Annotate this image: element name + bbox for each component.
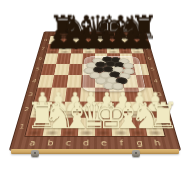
piece-shadow xyxy=(113,130,128,136)
board-frame: 87654321 87654321 abcdefgh ♜♞♝♛♚♝♞♜♟♟♟♟♟… xyxy=(10,32,180,150)
file-label-b: b xyxy=(41,139,60,147)
square-g2: ♟ xyxy=(125,102,143,118)
file-label-h: h xyxy=(148,139,168,147)
checker-disc-white xyxy=(111,83,123,90)
black-rook: ♜ xyxy=(130,12,142,44)
square-f2: ♟ xyxy=(110,102,127,118)
piece-shadow xyxy=(62,130,77,136)
square-c6 xyxy=(69,54,82,64)
piece-shadow xyxy=(147,130,163,136)
square-c1: ♝ xyxy=(60,118,79,136)
chess-board: 87654321 87654321 abcdefgh ♜♞♝♛♚♝♞♜♟♟♟♟♟… xyxy=(10,32,180,150)
square-d1: ♛ xyxy=(78,118,95,136)
black-rook: ♜ xyxy=(49,12,61,44)
checkers-bag xyxy=(82,56,146,91)
white-pawn: ♟ xyxy=(63,89,79,115)
file-label-e: e xyxy=(95,139,113,147)
rank-label-8: 8 xyxy=(140,36,149,44)
piece-shadow xyxy=(79,130,94,136)
file-label-f: f xyxy=(113,139,132,147)
square-d7: ♟ xyxy=(83,44,95,53)
square-a1: ♜ xyxy=(25,118,46,136)
white-pawn: ♟ xyxy=(79,89,95,115)
rank-label-7: 7 xyxy=(142,44,152,53)
square-c8: ♝ xyxy=(72,36,84,44)
rank-label-4: 4 xyxy=(150,75,162,88)
square-c3 xyxy=(65,88,81,102)
square-c4 xyxy=(66,75,81,88)
square-d2: ♟ xyxy=(79,102,95,118)
square-c7: ♟ xyxy=(71,44,84,53)
square-c2: ♟ xyxy=(63,102,80,118)
hinge-right xyxy=(132,150,140,157)
file-label-a: a xyxy=(23,139,43,147)
file-labels: abcdefgh xyxy=(22,137,167,148)
piece-shadow xyxy=(130,130,145,136)
black-bishop: ♝ xyxy=(107,12,119,44)
piece-shadow xyxy=(96,130,111,136)
rank-label-5: 5 xyxy=(147,64,158,75)
piece-shadow xyxy=(44,130,59,136)
black-queen: ♛ xyxy=(83,12,95,44)
square-e2: ♟ xyxy=(95,102,111,118)
white-pawn: ♟ xyxy=(47,89,63,115)
black-king: ♚ xyxy=(95,12,107,44)
black-bishop: ♝ xyxy=(72,12,84,44)
hinge-left xyxy=(31,150,39,157)
square-c5 xyxy=(68,64,82,75)
square-b1: ♞ xyxy=(43,118,63,136)
black-knight: ♞ xyxy=(60,12,72,44)
square-f1: ♝ xyxy=(111,118,130,136)
chess-set-photo: 87654321 87654321 abcdefgh ♜♞♝♛♚♝♞♜♟♟♟♟♟… xyxy=(0,0,190,190)
piece-shadow xyxy=(27,130,43,136)
square-e8: ♚ xyxy=(95,36,107,44)
file-label-c: c xyxy=(59,139,78,147)
file-label-d: d xyxy=(77,139,95,147)
rank-label-6: 6 xyxy=(144,54,154,64)
file-label-g: g xyxy=(130,139,149,147)
square-e1: ♚ xyxy=(95,118,112,136)
square-g1: ♞ xyxy=(127,118,147,136)
square-d8: ♛ xyxy=(83,36,95,44)
square-e7: ♟ xyxy=(95,44,107,53)
white-pawn: ♟ xyxy=(95,89,111,115)
